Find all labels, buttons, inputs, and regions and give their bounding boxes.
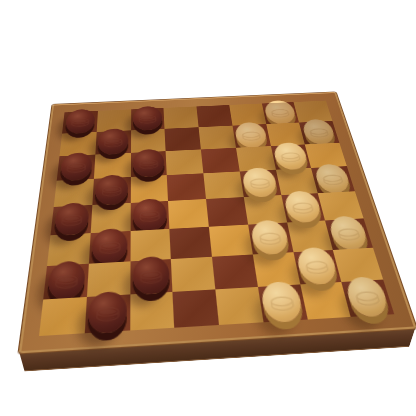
square-r4c1[interactable] <box>54 179 94 207</box>
product-photo-checkers-set: ⛂⛂⛀⛂⛀⛀⛂⛂⛀⛂⛀⛀⛂⛂⛀⛂⛀⛀⛂⛂⛀⛂⛀⛀ <box>0 0 416 416</box>
square-r3c4[interactable] <box>166 149 204 175</box>
square-r6c6[interactable]: ⛀ <box>248 223 293 255</box>
square-r7c6[interactable] <box>253 252 300 287</box>
square-r4c8[interactable]: ⛀ <box>311 166 355 193</box>
dark-checker-r8c2[interactable]: ⛂ <box>88 291 127 334</box>
square-r8c7[interactable] <box>300 282 351 320</box>
light-checker-r8c6[interactable]: ⛀ <box>260 281 304 323</box>
dark-checker-r5c1[interactable]: ⛂ <box>53 202 89 235</box>
light-checker-r2c6[interactable]: ⛀ <box>234 122 268 148</box>
dark-checker-r1c1[interactable]: ⛂ <box>64 109 95 134</box>
dark-checker-r5c3[interactable]: ⛂ <box>133 198 167 231</box>
square-r5c8[interactable] <box>318 191 364 220</box>
square-r1c7[interactable]: ⛀ <box>261 102 299 124</box>
light-checker-r6c8[interactable]: ⛀ <box>327 216 370 251</box>
square-r7c2[interactable] <box>87 261 130 297</box>
light-checker-r4c6[interactable]: ⛀ <box>242 167 279 197</box>
square-r7c5[interactable] <box>212 254 258 289</box>
square-r7c3[interactable]: ⛂ <box>130 259 173 294</box>
dark-checker-r7c3[interactable]: ⛂ <box>133 256 170 295</box>
wooden-tray: ⛂⛂⛀⛂⛀⛀⛂⛂⛀⛂⛀⛀⛂⛂⛀⛂⛀⛀⛂⛂⛀⛂⛀⛀ <box>19 92 416 353</box>
light-checker-r4c8[interactable]: ⛀ <box>313 164 352 194</box>
square-r2c8[interactable]: ⛀ <box>299 121 339 144</box>
square-r6c1[interactable] <box>47 233 90 266</box>
dark-checker-r7c1[interactable]: ⛂ <box>46 261 86 300</box>
dark-checker-r6c2[interactable]: ⛂ <box>91 228 127 264</box>
light-checker-r5c7[interactable]: ⛀ <box>283 191 323 223</box>
square-r2c4[interactable] <box>165 127 201 151</box>
square-r8c3[interactable] <box>130 292 175 331</box>
square-r6c5[interactable] <box>209 225 253 257</box>
square-r8c2[interactable]: ⛂ <box>84 294 129 333</box>
square-r3c3[interactable]: ⛂ <box>130 151 167 177</box>
square-r8c1[interactable] <box>39 297 87 336</box>
light-checker-r7c7[interactable]: ⛀ <box>295 247 339 285</box>
square-r1c4[interactable] <box>164 106 199 128</box>
square-r1c1[interactable]: ⛂ <box>62 111 98 134</box>
square-r2c2[interactable]: ⛂ <box>95 130 131 154</box>
square-r4c6[interactable]: ⛀ <box>240 170 281 197</box>
dark-checker-r2c2[interactable]: ⛂ <box>98 128 129 155</box>
square-r4c2[interactable]: ⛂ <box>92 177 130 205</box>
light-checker-r8c8[interactable]: ⛀ <box>344 276 392 317</box>
square-r6c2[interactable]: ⛂ <box>89 231 131 264</box>
square-r4c4[interactable] <box>167 173 206 201</box>
square-r8c4[interactable] <box>173 289 219 327</box>
board: ⛂⛂⛀⛂⛀⛀⛂⛂⛀⛂⛀⛀⛂⛂⛀⛂⛀⛀⛂⛂⛀⛂⛀⛀ <box>39 101 394 336</box>
square-r7c7[interactable]: ⛀ <box>293 250 342 284</box>
square-r2c5[interactable] <box>199 126 236 150</box>
square-r2c6[interactable]: ⛀ <box>232 124 270 148</box>
square-r6c8[interactable]: ⛀ <box>325 218 373 250</box>
square-r4c5[interactable] <box>203 171 243 199</box>
square-r3c1[interactable]: ⛂ <box>57 155 95 181</box>
square-r6c7[interactable] <box>287 220 333 252</box>
light-checker-r1c7[interactable]: ⛀ <box>263 100 297 124</box>
light-checker-r6c6[interactable]: ⛀ <box>250 220 290 255</box>
square-r1c3[interactable]: ⛂ <box>131 108 165 130</box>
square-r8c6[interactable]: ⛀ <box>258 284 308 322</box>
square-r5c5[interactable] <box>206 197 248 227</box>
square-r3c5[interactable] <box>201 148 240 174</box>
square-r5c1[interactable]: ⛂ <box>51 205 93 235</box>
square-r5c6[interactable] <box>244 195 287 225</box>
square-r6c4[interactable] <box>170 227 212 259</box>
square-r5c4[interactable] <box>168 199 209 229</box>
dark-checker-r3c1[interactable]: ⛂ <box>59 152 93 181</box>
square-r7c8[interactable] <box>333 248 383 282</box>
square-r7c1[interactable]: ⛂ <box>43 264 88 300</box>
dark-checker-r1c3[interactable]: ⛂ <box>133 106 162 131</box>
dark-checker-r4c2[interactable]: ⛂ <box>95 175 128 206</box>
square-r5c2[interactable] <box>90 203 130 233</box>
light-checker-r2c8[interactable]: ⛀ <box>301 119 337 145</box>
square-r8c5[interactable] <box>215 287 263 325</box>
perspective-scene: ⛂⛂⛀⛂⛀⛀⛂⛂⛀⛂⛀⛀⛂⛂⛀⛂⛀⛀⛂⛂⛀⛂⛀⛀ <box>0 0 416 416</box>
square-r6c3[interactable] <box>130 229 171 262</box>
square-r1c5[interactable] <box>196 105 232 127</box>
square-r5c3[interactable]: ⛂ <box>130 201 169 231</box>
dark-checker-r3c3[interactable]: ⛂ <box>133 149 164 177</box>
square-r8c8[interactable]: ⛀ <box>342 280 395 317</box>
square-r7c4[interactable] <box>171 257 215 292</box>
light-checker-r3c7[interactable]: ⛀ <box>272 142 308 170</box>
